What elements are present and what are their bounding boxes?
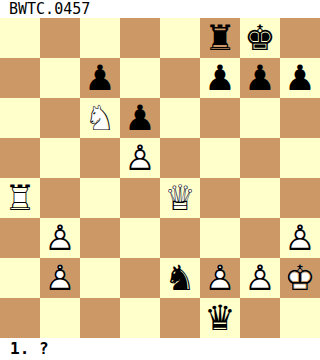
square-a7[interactable] bbox=[0, 58, 40, 98]
square-b7[interactable] bbox=[40, 58, 80, 98]
white-piece-outline: ♖ bbox=[0, 178, 40, 218]
square-h1[interactable] bbox=[280, 298, 320, 338]
piece-black-pawn-h7[interactable]: ♟ bbox=[280, 58, 320, 98]
black-piece-glyph: ♞ bbox=[160, 258, 200, 298]
square-d5[interactable]: ♟♙ bbox=[120, 138, 160, 178]
piece-white-pawn-g2[interactable]: ♟♙ bbox=[240, 258, 280, 298]
square-d3[interactable] bbox=[120, 218, 160, 258]
square-a4[interactable]: ♜♖ bbox=[0, 178, 40, 218]
white-piece-outline: ♔ bbox=[280, 258, 320, 298]
white-piece-outline: ♙ bbox=[200, 258, 240, 298]
square-e3[interactable] bbox=[160, 218, 200, 258]
black-piece-glyph: ♛ bbox=[200, 298, 240, 338]
piece-black-king-g8[interactable]: ♚ bbox=[240, 18, 280, 58]
black-piece-glyph: ♟ bbox=[240, 58, 280, 98]
square-d1[interactable] bbox=[120, 298, 160, 338]
black-piece-glyph: ♜ bbox=[200, 18, 240, 58]
square-a5[interactable] bbox=[0, 138, 40, 178]
white-piece-outline: ♙ bbox=[40, 258, 80, 298]
piece-white-pawn-h3[interactable]: ♟♙ bbox=[280, 218, 320, 258]
square-f3[interactable] bbox=[200, 218, 240, 258]
piece-black-queen-f1[interactable]: ♛ bbox=[200, 298, 240, 338]
white-piece-outline: ♕ bbox=[160, 178, 200, 218]
square-g2[interactable]: ♟♙ bbox=[240, 258, 280, 298]
piece-white-knight-c6[interactable]: ♞♘ bbox=[80, 98, 120, 138]
square-c8[interactable] bbox=[80, 18, 120, 58]
square-a3[interactable] bbox=[0, 218, 40, 258]
square-g8[interactable]: ♚ bbox=[240, 18, 280, 58]
piece-white-pawn-b3[interactable]: ♟♙ bbox=[40, 218, 80, 258]
white-piece-outline: ♘ bbox=[80, 98, 120, 138]
square-g1[interactable] bbox=[240, 298, 280, 338]
piece-white-pawn-b2[interactable]: ♟♙ bbox=[40, 258, 80, 298]
square-h3[interactable]: ♟♙ bbox=[280, 218, 320, 258]
square-g4[interactable] bbox=[240, 178, 280, 218]
square-h7[interactable]: ♟ bbox=[280, 58, 320, 98]
title-bar: BWTC.0457 bbox=[0, 0, 320, 18]
square-b1[interactable] bbox=[40, 298, 80, 338]
black-piece-glyph: ♚ bbox=[240, 18, 280, 58]
square-b8[interactable] bbox=[40, 18, 80, 58]
square-b6[interactable] bbox=[40, 98, 80, 138]
square-c6[interactable]: ♞♘ bbox=[80, 98, 120, 138]
move-prompt-bar: 1. ? bbox=[0, 338, 320, 360]
black-piece-glyph: ♟ bbox=[280, 58, 320, 98]
square-a1[interactable] bbox=[0, 298, 40, 338]
puzzle-window: BWTC.0457 ♜♚♟♟♟♟♞♘♟♟♙♜♖♛♕♟♙♟♙♟♙♞♟♙♟♙♚♔♛ … bbox=[0, 0, 320, 360]
piece-white-king-h2[interactable]: ♚♔ bbox=[280, 258, 320, 298]
square-c1[interactable] bbox=[80, 298, 120, 338]
square-d4[interactable] bbox=[120, 178, 160, 218]
square-h2[interactable]: ♚♔ bbox=[280, 258, 320, 298]
square-e8[interactable] bbox=[160, 18, 200, 58]
square-f7[interactable]: ♟ bbox=[200, 58, 240, 98]
square-e2[interactable]: ♞ bbox=[160, 258, 200, 298]
square-c3[interactable] bbox=[80, 218, 120, 258]
square-a6[interactable] bbox=[0, 98, 40, 138]
square-d8[interactable] bbox=[120, 18, 160, 58]
white-piece-outline: ♙ bbox=[40, 218, 80, 258]
piece-black-rook-f8[interactable]: ♜ bbox=[200, 18, 240, 58]
black-piece-glyph: ♟ bbox=[80, 58, 120, 98]
piece-white-rook-a4[interactable]: ♜♖ bbox=[0, 178, 40, 218]
white-piece-outline: ♙ bbox=[120, 138, 160, 178]
piece-white-pawn-f2[interactable]: ♟♙ bbox=[200, 258, 240, 298]
piece-white-queen-e4[interactable]: ♛♕ bbox=[160, 178, 200, 218]
square-e6[interactable] bbox=[160, 98, 200, 138]
square-c5[interactable] bbox=[80, 138, 120, 178]
square-h4[interactable] bbox=[280, 178, 320, 218]
piece-white-pawn-d5[interactable]: ♟♙ bbox=[120, 138, 160, 178]
square-c7[interactable]: ♟ bbox=[80, 58, 120, 98]
square-f1[interactable]: ♛ bbox=[200, 298, 240, 338]
square-f4[interactable] bbox=[200, 178, 240, 218]
square-g5[interactable] bbox=[240, 138, 280, 178]
square-e1[interactable] bbox=[160, 298, 200, 338]
square-c4[interactable] bbox=[80, 178, 120, 218]
piece-black-knight-e2[interactable]: ♞ bbox=[160, 258, 200, 298]
square-b5[interactable] bbox=[40, 138, 80, 178]
square-f5[interactable] bbox=[200, 138, 240, 178]
square-g6[interactable] bbox=[240, 98, 280, 138]
square-e5[interactable] bbox=[160, 138, 200, 178]
square-h5[interactable] bbox=[280, 138, 320, 178]
square-h8[interactable] bbox=[280, 18, 320, 58]
piece-black-pawn-d6[interactable]: ♟ bbox=[120, 98, 160, 138]
piece-black-pawn-c7[interactable]: ♟ bbox=[80, 58, 120, 98]
square-e4[interactable]: ♛♕ bbox=[160, 178, 200, 218]
square-a2[interactable] bbox=[0, 258, 40, 298]
square-a8[interactable] bbox=[0, 18, 40, 58]
chess-board: ♜♚♟♟♟♟♞♘♟♟♙♜♖♛♕♟♙♟♙♟♙♞♟♙♟♙♚♔♛ bbox=[0, 18, 320, 338]
square-e7[interactable] bbox=[160, 58, 200, 98]
square-c2[interactable] bbox=[80, 258, 120, 298]
square-b2[interactable]: ♟♙ bbox=[40, 258, 80, 298]
square-f2[interactable]: ♟♙ bbox=[200, 258, 240, 298]
square-f6[interactable] bbox=[200, 98, 240, 138]
square-g7[interactable]: ♟ bbox=[240, 58, 280, 98]
square-b4[interactable] bbox=[40, 178, 80, 218]
square-g3[interactable] bbox=[240, 218, 280, 258]
square-h6[interactable] bbox=[280, 98, 320, 138]
piece-black-pawn-f7[interactable]: ♟ bbox=[200, 58, 240, 98]
black-piece-glyph: ♟ bbox=[120, 98, 160, 138]
piece-black-pawn-g7[interactable]: ♟ bbox=[240, 58, 280, 98]
square-d2[interactable] bbox=[120, 258, 160, 298]
square-b3[interactable]: ♟♙ bbox=[40, 218, 80, 258]
move-prompt: 1. ? bbox=[10, 338, 49, 360]
square-d6[interactable]: ♟ bbox=[120, 98, 160, 138]
square-d7[interactable] bbox=[120, 58, 160, 98]
puzzle-id: BWTC.0457 bbox=[9, 0, 90, 18]
square-f8[interactable]: ♜ bbox=[200, 18, 240, 58]
white-piece-outline: ♙ bbox=[280, 218, 320, 258]
white-piece-outline: ♙ bbox=[240, 258, 280, 298]
black-piece-glyph: ♟ bbox=[200, 58, 240, 98]
